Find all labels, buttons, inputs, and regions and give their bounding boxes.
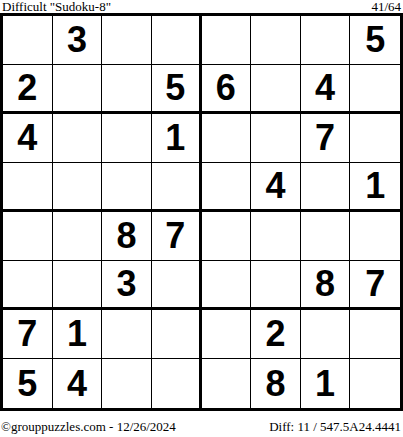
cell-r2c8[interactable] (350, 65, 400, 114)
cell-r6c8[interactable]: 7 (350, 261, 400, 310)
cell-r7c8[interactable] (350, 310, 400, 359)
cell-r6c5[interactable] (202, 261, 252, 310)
cell-r8c6[interactable]: 8 (251, 359, 301, 408)
cell-r1c3[interactable] (102, 16, 152, 65)
cell-r4c4[interactable] (152, 163, 202, 212)
cell-r4c8[interactable]: 1 (350, 163, 400, 212)
cell-r5c2[interactable] (53, 212, 103, 261)
cell-r5c6[interactable] (251, 212, 301, 261)
cell-r7c2[interactable]: 1 (53, 310, 103, 359)
cell-r1c2[interactable]: 3 (53, 16, 103, 65)
cell-r4c3[interactable] (102, 163, 152, 212)
cell-r7c3[interactable] (102, 310, 152, 359)
cell-r2c5[interactable]: 6 (202, 65, 252, 114)
cell-r8c4[interactable] (152, 359, 202, 408)
cell-r5c4[interactable]: 7 (152, 212, 202, 261)
cell-r4c7[interactable] (301, 163, 351, 212)
cell-r1c4[interactable] (152, 16, 202, 65)
cell-r1c8[interactable]: 5 (350, 16, 400, 65)
cell-r7c1[interactable]: 7 (3, 310, 53, 359)
cell-r7c4[interactable] (152, 310, 202, 359)
cell-r1c6[interactable] (251, 16, 301, 65)
cell-r8c2[interactable]: 4 (53, 359, 103, 408)
copyright-text: ©grouppuzzles.com - 12/26/2024 (1, 420, 176, 434)
cell-r2c3[interactable] (102, 65, 152, 114)
cell-r4c6[interactable]: 4 (251, 163, 301, 212)
puzzle-counter: 41/64 (371, 0, 401, 13)
puzzle-title: Difficult "Sudoku-8" (2, 0, 111, 13)
footer-bar: ©grouppuzzles.com - 12/26/2024 Diff: 11 … (0, 420, 403, 434)
header-bar: Difficult "Sudoku-8" 41/64 (0, 0, 403, 13)
cell-r6c1[interactable] (3, 261, 53, 310)
cell-r2c6[interactable] (251, 65, 301, 114)
cell-r3c6[interactable] (251, 114, 301, 163)
cell-r1c5[interactable] (202, 16, 252, 65)
cell-r4c2[interactable] (53, 163, 103, 212)
cell-r3c1[interactable]: 4 (3, 114, 53, 163)
cell-r8c1[interactable]: 5 (3, 359, 53, 408)
cell-r3c4[interactable]: 1 (152, 114, 202, 163)
cell-r2c2[interactable] (53, 65, 103, 114)
sudoku-board: 35256441741873877125481 (0, 13, 403, 411)
cell-r5c1[interactable] (3, 212, 53, 261)
cell-r3c5[interactable] (202, 114, 252, 163)
cell-r3c8[interactable] (350, 114, 400, 163)
cell-r8c3[interactable] (102, 359, 152, 408)
cell-r4c5[interactable] (202, 163, 252, 212)
cell-r8c7[interactable]: 1 (301, 359, 351, 408)
cell-r6c7[interactable]: 8 (301, 261, 351, 310)
cell-r5c8[interactable] (350, 212, 400, 261)
cell-r6c2[interactable] (53, 261, 103, 310)
cell-r8c8[interactable] (350, 359, 400, 408)
cell-r3c3[interactable] (102, 114, 152, 163)
cell-r7c6[interactable]: 2 (251, 310, 301, 359)
cell-r5c5[interactable] (202, 212, 252, 261)
cell-r7c7[interactable] (301, 310, 351, 359)
cell-r1c7[interactable] (301, 16, 351, 65)
cell-r2c4[interactable]: 5 (152, 65, 202, 114)
cell-r7c5[interactable] (202, 310, 252, 359)
cell-r5c7[interactable] (301, 212, 351, 261)
cell-r6c4[interactable] (152, 261, 202, 310)
cell-r5c3[interactable]: 8 (102, 212, 152, 261)
cell-r4c1[interactable] (3, 163, 53, 212)
cell-r3c2[interactable] (53, 114, 103, 163)
cell-r2c1[interactable]: 2 (3, 65, 53, 114)
cell-r1c1[interactable] (3, 16, 53, 65)
difficulty-text: Diff: 11 / 547.5A24.4441 (269, 420, 401, 434)
cell-r6c3[interactable]: 3 (102, 261, 152, 310)
cell-r6c6[interactable] (251, 261, 301, 310)
cell-r3c7[interactable]: 7 (301, 114, 351, 163)
cell-r8c5[interactable] (202, 359, 252, 408)
cell-r2c7[interactable]: 4 (301, 65, 351, 114)
